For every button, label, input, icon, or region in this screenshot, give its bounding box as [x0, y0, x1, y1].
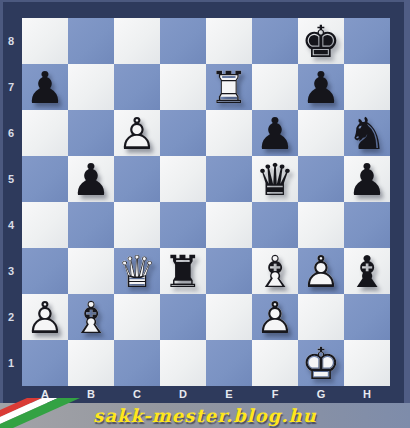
rank-label-4: 4 — [0, 202, 22, 248]
rank-label-1: 1 — [0, 340, 22, 386]
square-c5 — [114, 156, 160, 202]
file-label-g: G — [298, 387, 344, 403]
square-h6: ♞ — [344, 110, 390, 156]
frame-edge-right — [404, 0, 410, 403]
square-c7 — [114, 64, 160, 110]
black-pawn: ♟ — [298, 64, 344, 110]
square-h7 — [344, 64, 390, 110]
black-pawn: ♟ — [252, 110, 298, 156]
file-label-h: H — [344, 387, 390, 403]
square-c2 — [114, 294, 160, 340]
chess-diagram-page: { "game": "chess", "position": { "fen": … — [0, 0, 410, 428]
square-f3: ♝♗ — [252, 248, 298, 294]
square-f7 — [252, 64, 298, 110]
white-pawn-outline: ♙ — [298, 248, 344, 294]
square-d2 — [160, 294, 206, 340]
black-queen: ♛ — [252, 156, 298, 202]
white-bishop: ♝♗ — [252, 248, 298, 294]
rank-label-7: 7 — [0, 64, 22, 110]
frame-edge-top — [0, 0, 410, 2]
square-a7: ♟ — [22, 64, 68, 110]
white-bishop-outline: ♗ — [68, 294, 114, 340]
white-pawn: ♟♙ — [298, 248, 344, 294]
square-b3 — [68, 248, 114, 294]
white-pawn: ♟♙ — [22, 294, 68, 340]
square-f2: ♟♙ — [252, 294, 298, 340]
square-g8: ♚ — [298, 18, 344, 64]
square-e8 — [206, 18, 252, 64]
white-king-outline: ♔ — [298, 340, 344, 386]
square-g5 — [298, 156, 344, 202]
square-a2: ♟♙ — [22, 294, 68, 340]
square-a6 — [22, 110, 68, 156]
square-a3 — [22, 248, 68, 294]
black-pawn: ♟ — [344, 156, 390, 202]
white-pawn-outline: ♙ — [22, 294, 68, 340]
file-label-d: D — [160, 387, 206, 403]
square-e3 — [206, 248, 252, 294]
white-pawn: ♟♙ — [252, 294, 298, 340]
file-label-f: F — [252, 387, 298, 403]
square-a8 — [22, 18, 68, 64]
square-e5 — [206, 156, 252, 202]
square-g2 — [298, 294, 344, 340]
square-g6 — [298, 110, 344, 156]
square-g4 — [298, 202, 344, 248]
hungary-flag-icon — [0, 398, 80, 428]
black-bishop: ♝ — [344, 248, 390, 294]
square-e1 — [206, 340, 252, 386]
square-g1: ♚♔ — [298, 340, 344, 386]
square-h8 — [344, 18, 390, 64]
square-c8 — [114, 18, 160, 64]
square-h3: ♝ — [344, 248, 390, 294]
rank-labels: 87654321 — [0, 18, 22, 386]
square-g3: ♟♙ — [298, 248, 344, 294]
square-f4 — [252, 202, 298, 248]
square-f6: ♟ — [252, 110, 298, 156]
square-g7: ♟ — [298, 64, 344, 110]
white-queen: ♛♕ — [114, 248, 160, 294]
square-d4 — [160, 202, 206, 248]
rank-label-5: 5 — [0, 156, 22, 202]
square-b1 — [68, 340, 114, 386]
rank-label-3: 3 — [0, 248, 22, 294]
square-c1 — [114, 340, 160, 386]
square-e2 — [206, 294, 252, 340]
square-h4 — [344, 202, 390, 248]
white-rook: ♜♖ — [206, 64, 252, 110]
square-b4 — [68, 202, 114, 248]
rank-label-2: 2 — [0, 294, 22, 340]
square-e6 — [206, 110, 252, 156]
square-d7 — [160, 64, 206, 110]
square-f8 — [252, 18, 298, 64]
black-pawn: ♟ — [22, 64, 68, 110]
white-bishop: ♝♗ — [68, 294, 114, 340]
square-h1 — [344, 340, 390, 386]
white-king: ♚♔ — [298, 340, 344, 386]
square-h5: ♟ — [344, 156, 390, 202]
black-king: ♚ — [298, 18, 344, 64]
white-bishop-outline: ♗ — [252, 248, 298, 294]
white-pawn-outline: ♙ — [114, 110, 160, 156]
white-pawn-outline: ♙ — [252, 294, 298, 340]
white-queen-outline: ♕ — [114, 248, 160, 294]
black-rook: ♜ — [160, 248, 206, 294]
square-d8 — [160, 18, 206, 64]
rank-label-6: 6 — [0, 110, 22, 156]
white-rook-outline: ♖ — [206, 64, 252, 110]
square-c6: ♟♙ — [114, 110, 160, 156]
square-a5 — [22, 156, 68, 202]
square-b6 — [68, 110, 114, 156]
square-d6 — [160, 110, 206, 156]
rank-label-8: 8 — [0, 18, 22, 64]
white-pawn: ♟♙ — [114, 110, 160, 156]
square-c3: ♛♕ — [114, 248, 160, 294]
board: ♚♟♜♖♟♟♙♟♞♟♛♟♛♕♜♝♗♟♙♝♟♙♝♗♟♙♚♔ — [22, 18, 390, 386]
square-b2: ♝♗ — [68, 294, 114, 340]
square-b8 — [68, 18, 114, 64]
square-e7: ♜♖ — [206, 64, 252, 110]
square-d5 — [160, 156, 206, 202]
black-knight: ♞ — [344, 110, 390, 156]
square-a4 — [22, 202, 68, 248]
square-f5: ♛ — [252, 156, 298, 202]
square-e4 — [206, 202, 252, 248]
square-b7 — [68, 64, 114, 110]
square-h2 — [344, 294, 390, 340]
square-b5: ♟ — [68, 156, 114, 202]
square-c4 — [114, 202, 160, 248]
file-label-e: E — [206, 387, 252, 403]
file-label-c: C — [114, 387, 160, 403]
square-a1 — [22, 340, 68, 386]
square-f1 — [252, 340, 298, 386]
square-d3: ♜ — [160, 248, 206, 294]
black-pawn: ♟ — [68, 156, 114, 202]
square-d1 — [160, 340, 206, 386]
